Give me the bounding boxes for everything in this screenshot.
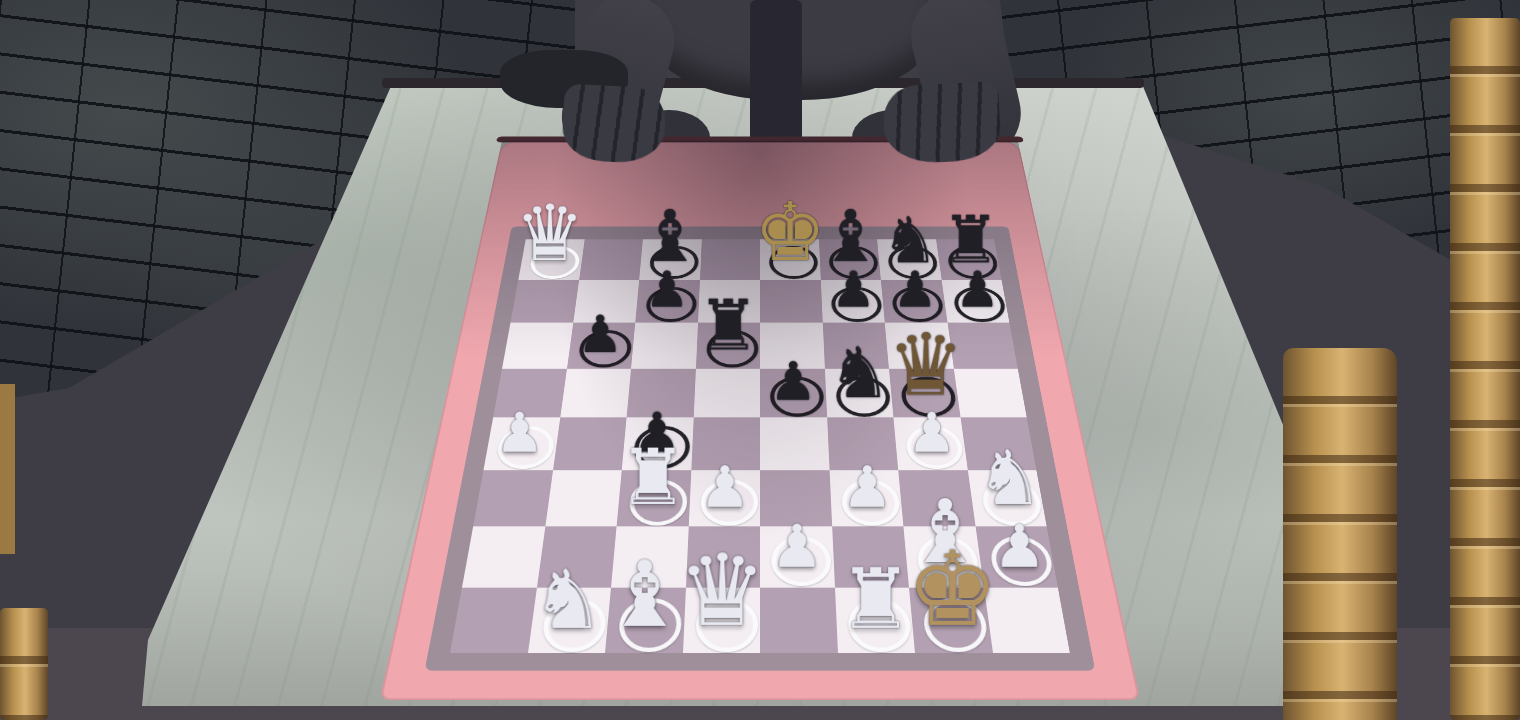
black-r-glyph: ♜ xyxy=(671,290,785,359)
bamboo-pillar-left-upper xyxy=(0,384,15,554)
bamboo-pillar-right-edge xyxy=(1450,18,1520,720)
chess-3d-scene: chess ♛♝♚♝♞♜♟♟♟♟♟♜♟♞♛♟♟♟♜♟♟♞♟♝♟♞♝♛♜♚ xyxy=(0,0,1520,720)
black-p-glyph: ♟ xyxy=(922,265,1032,315)
piece-white-q-a8[interactable]: ♛ xyxy=(518,239,584,279)
bamboo-pillar-left-lower xyxy=(0,608,48,720)
piece-black-p-b6[interactable]: ♟ xyxy=(567,323,636,369)
piece-layer: ♛♝♚♝♞♜♟♟♟♟♟♜♟♞♛♟♟♟♜♟♟♞♟♝♟♞♝♛♜♚ xyxy=(450,239,1070,653)
piece-white-k-g1[interactable]: ♚ xyxy=(909,587,993,653)
black-q-glyph: ♛ xyxy=(867,323,985,409)
white-q-glyph: ♛ xyxy=(653,541,790,640)
chess-board: ♛♝♚♝♞♜♟♟♟♟♟♜♟♞♛♟♟♟♜♟♟♞♟♝♟♞♝♛♜♚ xyxy=(450,233,1070,653)
white-q-glyph: ♛ xyxy=(496,195,603,273)
statue-chair-back xyxy=(750,0,802,150)
statue-left-hand xyxy=(561,83,667,164)
board-plane: ♛♝♚♝♞♜♟♟♟♟♟♜♟♞♛♟♟♟♜♟♟♞♟♝♟♞♝♛♜♚ xyxy=(450,239,1070,653)
white-p-glyph: ♟ xyxy=(459,405,581,460)
white-p-glyph: ♟ xyxy=(661,459,787,516)
bamboo-pillar-right-mid xyxy=(1283,348,1397,720)
black-p-glyph: ♟ xyxy=(543,309,657,360)
piece-white-q-d1[interactable]: ♛ xyxy=(683,587,761,653)
white-k-glyph: ♚ xyxy=(884,537,1021,640)
